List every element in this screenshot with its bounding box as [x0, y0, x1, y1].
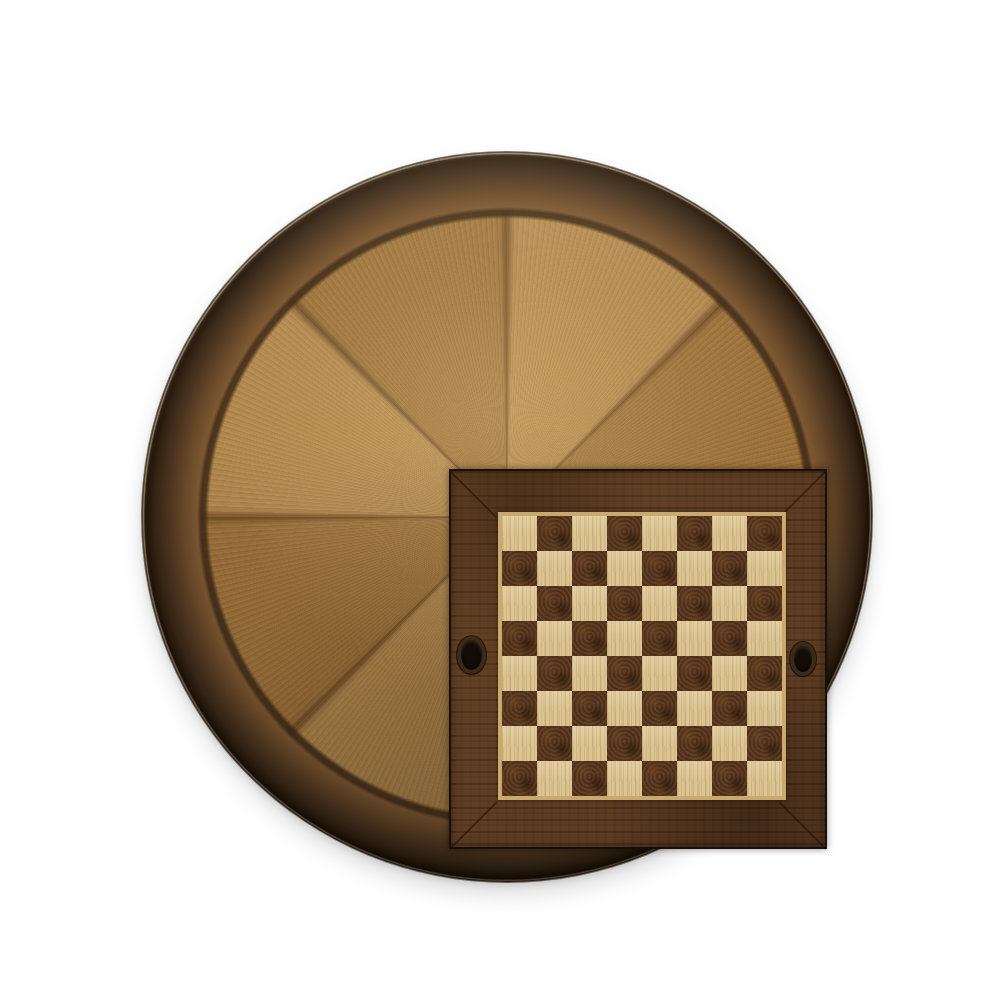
square-f6[interactable]: [677, 586, 712, 621]
square-a1[interactable]: [502, 761, 537, 796]
square-f7[interactable]: [677, 551, 712, 586]
square-b5[interactable]: [537, 621, 572, 656]
square-f2[interactable]: [677, 726, 712, 761]
game-table-top: [142, 152, 872, 882]
square-d4[interactable]: [607, 656, 642, 691]
board-inlay-border: [498, 512, 786, 800]
square-c4[interactable]: [572, 656, 607, 691]
square-g3[interactable]: [712, 691, 747, 726]
square-d2[interactable]: [607, 726, 642, 761]
square-a6[interactable]: [502, 586, 537, 621]
square-a3[interactable]: [502, 691, 537, 726]
square-e2[interactable]: [642, 726, 677, 761]
square-c3[interactable]: [572, 691, 607, 726]
square-g6[interactable]: [712, 586, 747, 621]
square-g1[interactable]: [712, 761, 747, 796]
square-e7[interactable]: [642, 551, 677, 586]
square-d3[interactable]: [607, 691, 642, 726]
product-photo-stage: [0, 0, 1000, 1000]
square-h6[interactable]: [747, 586, 782, 621]
square-g8[interactable]: [712, 516, 747, 551]
frame-miter-joint: [779, 802, 827, 850]
square-b4[interactable]: [537, 656, 572, 691]
square-g4[interactable]: [712, 656, 747, 691]
square-h8[interactable]: [747, 516, 782, 551]
frame-miter-joint: [449, 802, 497, 850]
square-h1[interactable]: [747, 761, 782, 796]
square-h5[interactable]: [747, 621, 782, 656]
square-h3[interactable]: [747, 691, 782, 726]
square-d8[interactable]: [607, 516, 642, 551]
square-d6[interactable]: [607, 586, 642, 621]
square-e6[interactable]: [642, 586, 677, 621]
square-c7[interactable]: [572, 551, 607, 586]
square-a2[interactable]: [502, 726, 537, 761]
square-f4[interactable]: [677, 656, 712, 691]
square-c1[interactable]: [572, 761, 607, 796]
square-b6[interactable]: [537, 586, 572, 621]
square-b1[interactable]: [537, 761, 572, 796]
square-f3[interactable]: [677, 691, 712, 726]
frame-miter-joint: [449, 470, 497, 518]
square-c6[interactable]: [572, 586, 607, 621]
square-g7[interactable]: [712, 551, 747, 586]
square-g2[interactable]: [712, 726, 747, 761]
square-c2[interactable]: [572, 726, 607, 761]
square-a5[interactable]: [502, 621, 537, 656]
square-d1[interactable]: [607, 761, 642, 796]
square-h7[interactable]: [747, 551, 782, 586]
square-d5[interactable]: [607, 621, 642, 656]
square-f1[interactable]: [677, 761, 712, 796]
square-e1[interactable]: [642, 761, 677, 796]
square-e3[interactable]: [642, 691, 677, 726]
square-c8[interactable]: [572, 516, 607, 551]
square-b3[interactable]: [537, 691, 572, 726]
game-board-panel: [449, 469, 827, 849]
square-b2[interactable]: [537, 726, 572, 761]
left-finger-pull[interactable]: [457, 636, 486, 674]
square-h4[interactable]: [747, 656, 782, 691]
square-b8[interactable]: [537, 516, 572, 551]
square-e5[interactable]: [642, 621, 677, 656]
square-g5[interactable]: [712, 621, 747, 656]
square-f5[interactable]: [677, 621, 712, 656]
square-a7[interactable]: [502, 551, 537, 586]
square-c5[interactable]: [572, 621, 607, 656]
square-e4[interactable]: [642, 656, 677, 691]
square-b7[interactable]: [537, 551, 572, 586]
checkerboard: [502, 516, 782, 796]
square-h2[interactable]: [747, 726, 782, 761]
square-f8[interactable]: [677, 516, 712, 551]
right-finger-pull[interactable]: [790, 642, 816, 676]
square-d7[interactable]: [607, 551, 642, 586]
square-e8[interactable]: [642, 516, 677, 551]
square-a8[interactable]: [502, 516, 537, 551]
square-a4[interactable]: [502, 656, 537, 691]
